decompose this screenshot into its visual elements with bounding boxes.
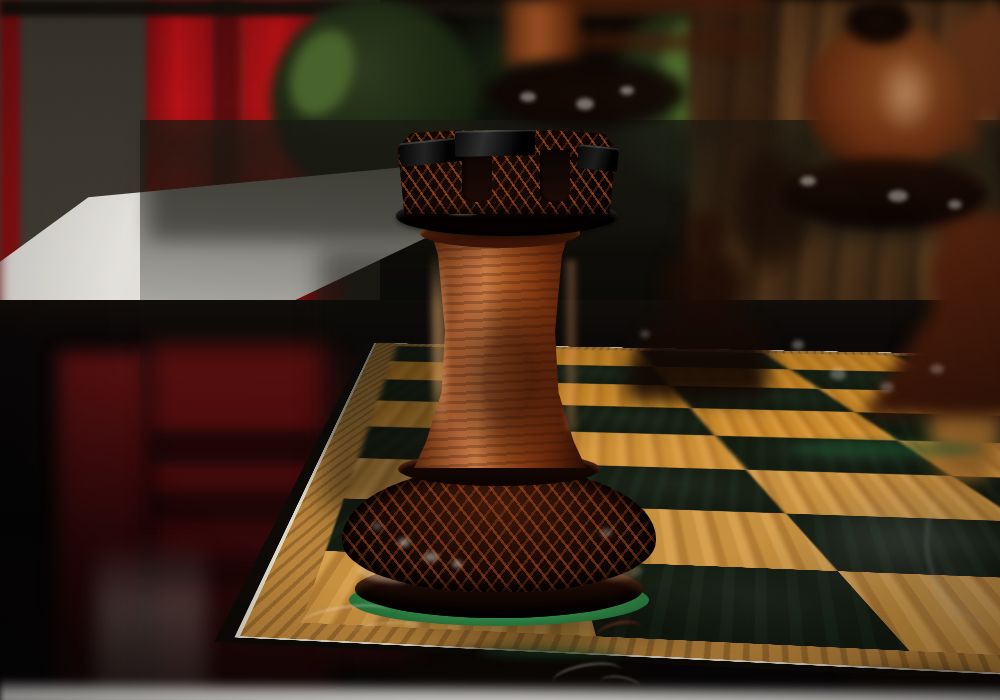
chess-photo-scene: ♛ ♝ ♟ — [0, 0, 1000, 700]
vignette — [0, 0, 1000, 700]
